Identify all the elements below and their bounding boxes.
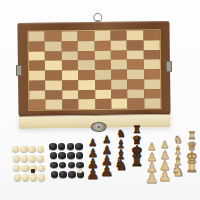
chess-piece-dark: ♟ — [100, 164, 113, 179]
checker-piece-light — [29, 155, 36, 161]
checker-piece-light — [21, 165, 28, 171]
board-square — [61, 31, 77, 41]
board-square — [45, 31, 61, 41]
checker-piece-light — [28, 146, 35, 152]
board-square — [78, 41, 94, 51]
board-square — [94, 60, 110, 70]
checker-piece-dark — [59, 162, 67, 169]
checker-piece-light — [38, 174, 45, 180]
chess-piece-dark: ♞ — [114, 158, 127, 173]
chess-board-grid — [29, 30, 161, 110]
board-square — [111, 40, 127, 50]
chess-piece-dark: ♜ — [130, 154, 143, 169]
board-square — [94, 50, 110, 60]
board-square — [78, 50, 94, 60]
right-hinge-icon — [166, 61, 172, 72]
board-square — [29, 80, 45, 90]
board-square — [94, 70, 110, 80]
board-square — [78, 80, 94, 90]
checker-piece-dark — [59, 171, 67, 178]
board-square — [111, 99, 127, 109]
board-square — [111, 60, 127, 70]
checker-piece-dark — [51, 171, 59, 178]
board-square — [127, 50, 143, 60]
board-square — [144, 79, 160, 89]
board-square — [45, 80, 61, 90]
board-square — [95, 99, 111, 109]
board-square — [127, 60, 143, 70]
checker-piece-dark — [76, 162, 84, 169]
board-square — [29, 41, 45, 51]
board-square — [127, 30, 143, 40]
board-square — [144, 98, 160, 108]
chess-piece-light: ♞ — [171, 164, 184, 179]
checker-piece-dark — [68, 171, 76, 178]
board-square — [111, 79, 127, 89]
board-square — [46, 100, 62, 110]
board-square — [144, 89, 160, 99]
checker-piece-light — [30, 174, 37, 180]
checker-piece-dark — [50, 162, 58, 169]
board-frame — [17, 21, 170, 116]
board-square — [45, 51, 61, 61]
board-square — [143, 30, 159, 40]
board-square — [143, 50, 159, 60]
checker-piece-light — [37, 146, 44, 152]
checker-piece-light — [21, 155, 28, 161]
board-square — [78, 60, 94, 70]
checker-piece-dark — [75, 143, 83, 150]
checker-piece-dark — [50, 152, 58, 159]
checker-piece-light — [14, 174, 21, 180]
checker-piece-light — [12, 146, 19, 152]
chess-piece-light: ♟ — [158, 169, 171, 184]
checker-piece-dark — [49, 143, 57, 150]
board-square — [45, 41, 61, 51]
board-square — [62, 51, 78, 61]
chess-piece-light: ♜ — [185, 160, 198, 175]
board-square — [45, 70, 61, 80]
checker-piece-light — [13, 165, 20, 171]
left-hinge-icon — [16, 65, 22, 76]
board-square — [78, 70, 94, 80]
board-square — [127, 79, 143, 89]
board-square — [78, 89, 94, 99]
clasp-icon — [91, 122, 107, 132]
board-square — [95, 89, 111, 99]
board-square — [45, 61, 61, 71]
checker-piece-light — [20, 146, 27, 152]
board-square — [61, 41, 77, 51]
board-square — [78, 31, 94, 41]
board-square — [144, 59, 160, 69]
board-square — [62, 99, 78, 109]
board-square — [94, 31, 110, 41]
die-light — [78, 169, 82, 173]
board-square — [143, 40, 159, 50]
board-square — [128, 99, 144, 109]
clasp-keyhole — [97, 125, 100, 128]
folded-chess-board-box — [17, 12, 170, 128]
board-square — [144, 69, 160, 79]
board-square — [78, 99, 94, 109]
checker-piece-light — [22, 174, 29, 180]
chess-piece-dark: ♟ — [86, 167, 99, 182]
board-square — [127, 89, 143, 99]
board-square — [62, 70, 78, 80]
die-dark — [31, 169, 35, 173]
board-square — [111, 50, 127, 60]
board-square — [127, 69, 143, 79]
checker-piece-light — [13, 155, 20, 161]
box-front-edge — [19, 114, 171, 129]
board-square — [111, 89, 127, 99]
board-square — [62, 60, 78, 70]
board-square — [111, 70, 127, 80]
board-square — [94, 41, 110, 51]
board-square — [127, 40, 143, 50]
checker-piece-dark — [68, 162, 76, 169]
board-square — [29, 100, 45, 110]
board-square — [62, 80, 78, 90]
board-square — [29, 51, 45, 61]
checker-piece-dark — [58, 143, 66, 150]
chess-piece-light: ♟ — [145, 171, 158, 186]
checker-piece-light — [38, 165, 45, 171]
board-square — [29, 90, 45, 100]
board-square — [29, 32, 45, 42]
checker-piece-dark — [76, 152, 84, 159]
product-photo-chess-set: ♟♟♟♟♟♟♟♟♞♝♝♞♜♛♚♜♟♟♟♟♟♟♟♟♞♝♝♞♜♛♚♜ — [0, 0, 200, 200]
board-square — [62, 90, 78, 100]
checker-piece-dark — [58, 152, 66, 159]
checker-piece-dark — [67, 152, 75, 159]
board-square — [110, 31, 126, 41]
checker-piece-dark — [67, 143, 75, 150]
board-square — [46, 90, 62, 100]
checker-piece-light — [37, 155, 44, 161]
board-square — [95, 80, 111, 90]
board-square — [29, 61, 45, 71]
board-square — [29, 71, 45, 81]
